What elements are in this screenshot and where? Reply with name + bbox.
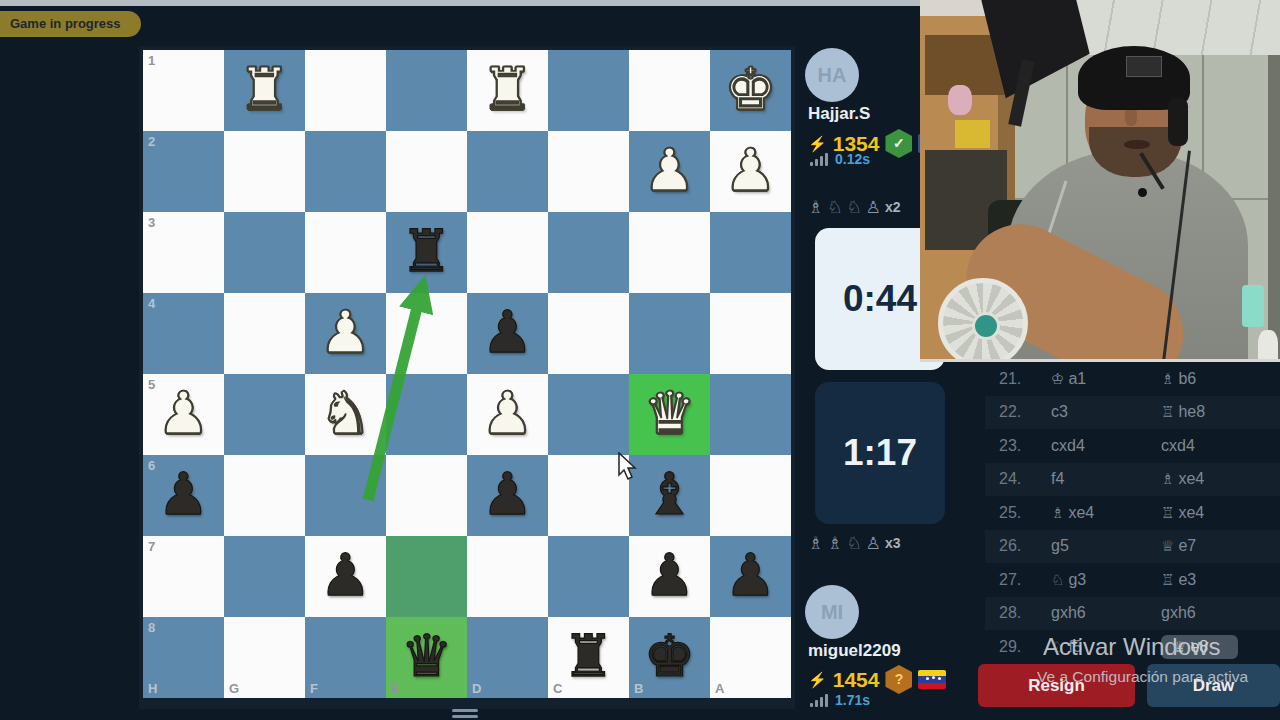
square-d1[interactable]: ♜ [467, 50, 548, 131]
square-f1[interactable] [305, 50, 386, 131]
square-a3[interactable] [710, 212, 791, 293]
square-g6[interactable] [224, 455, 305, 536]
black-move[interactable]: ♗b6 [1161, 370, 1280, 388]
white-pawn-d5: ♟ [467, 374, 548, 455]
move-text: cxd4 [1051, 437, 1085, 455]
bottom-player-clock: 1:17 [815, 382, 945, 524]
square-b4[interactable] [629, 293, 710, 374]
square-h4[interactable]: 4 [143, 293, 224, 374]
black-rook-e3: ♜ [386, 212, 467, 293]
move-text: b6 [1178, 370, 1196, 388]
move-row-28[interactable]: 28.gxh6gxh6 [985, 597, 1280, 631]
move-number: 25. [999, 504, 1051, 522]
rank-label: 2 [148, 134, 155, 149]
lightning-icon: ⚡ [808, 671, 827, 689]
file-label: A [715, 681, 724, 696]
move-number: 29. [999, 638, 1051, 656]
square-b1[interactable] [629, 50, 710, 131]
square-d8[interactable]: D [467, 617, 548, 698]
bishop-move-icon: ♗ [1161, 370, 1174, 388]
top-player-delay: 0.12s [835, 151, 870, 167]
black-rook-c8: ♜ [548, 617, 629, 698]
square-d5[interactable]: ♟ [467, 374, 548, 455]
black-move[interactable]: cxd4 [1161, 437, 1280, 455]
file-label: E [391, 681, 400, 696]
square-f5[interactable]: ♞ [305, 374, 386, 455]
white-rook-d1: ♜ [467, 50, 548, 131]
file-label: D [472, 681, 481, 696]
square-h1[interactable]: 1 [143, 50, 224, 131]
black-bishop-b6: ♝ [629, 455, 710, 536]
resign-button[interactable]: Resign [978, 664, 1135, 707]
square-e8[interactable]: E♛ [386, 617, 467, 698]
top-player-name: Hajjar.S [808, 104, 870, 124]
black-move[interactable]: gxh6 [1161, 604, 1280, 622]
square-b8[interactable]: B♚ [629, 617, 710, 698]
square-c2[interactable] [548, 131, 629, 212]
move-text: e7 [1178, 537, 1196, 555]
square-a7[interactable]: ♟ [710, 536, 791, 617]
question-badge-icon: ? [885, 665, 912, 694]
king-move-icon: ♔ [1051, 370, 1064, 388]
knight-move-icon: ♘ [1051, 638, 1064, 656]
webcam-video [920, 0, 1280, 362]
square-f3[interactable] [305, 212, 386, 293]
file-label: H [148, 681, 157, 696]
bottom-player-flag-icon [918, 670, 946, 689]
current-move-chip[interactable]: ♕e8 [1161, 635, 1238, 659]
square-d2[interactable] [467, 131, 548, 212]
white-move[interactable]: ♘g3 [1051, 571, 1161, 589]
white-move[interactable]: ♘f5 [1051, 638, 1161, 656]
knight-captured-icon: ♘ [847, 197, 862, 217]
black-queen-e8: ♛ [386, 617, 467, 698]
square-a6[interactable] [710, 455, 791, 536]
bottom-player-rating: 1454 [833, 668, 880, 692]
black-king-b8: ♚ [629, 617, 710, 698]
move-row-24[interactable]: 24.f4♗xe4 [985, 463, 1280, 497]
square-g2[interactable] [224, 131, 305, 212]
bishop-captured-icon: ♗ [808, 197, 823, 217]
move-text: cxd4 [1161, 437, 1195, 455]
signal-bars-icon [810, 153, 828, 166]
square-h7[interactable]: 7 [143, 536, 224, 617]
move-text: e8 [1190, 638, 1208, 656]
square-c5[interactable] [548, 374, 629, 455]
black-pawn-b7: ♟ [629, 536, 710, 617]
move-text: xe4 [1068, 504, 1094, 522]
white-pawn-h5: ♟ [143, 374, 224, 455]
rook-move-icon: ♖ [1161, 571, 1174, 589]
square-g8[interactable]: G [224, 617, 305, 698]
black-move[interactable]: ♖e3 [1161, 571, 1280, 589]
white-move[interactable]: g5 [1051, 537, 1161, 555]
rank-label: 1 [148, 53, 155, 68]
square-h6[interactable]: 6♟ [143, 455, 224, 536]
avatar-bottom-player: MI [805, 585, 859, 639]
square-a1[interactable]: ♚ [710, 50, 791, 131]
square-f6[interactable] [305, 455, 386, 536]
square-h3[interactable]: 3 [143, 212, 224, 293]
square-c7[interactable] [548, 536, 629, 617]
rook-move-icon: ♖ [1161, 504, 1174, 522]
black-pawn-d6: ♟ [467, 455, 548, 536]
lightning-icon: ⚡ [808, 135, 827, 153]
board-drag-handle-icon[interactable] [452, 709, 478, 718]
queen-move-icon: ♕ [1173, 638, 1186, 656]
square-g5[interactable] [224, 374, 305, 455]
move-number: 28. [999, 604, 1051, 622]
rank-label: 5 [148, 377, 155, 392]
square-d3[interactable] [467, 212, 548, 293]
captured-multiplier: x3 [885, 535, 901, 551]
white-pawn-a2: ♟ [710, 131, 791, 212]
move-text: he8 [1178, 403, 1205, 421]
square-d6[interactable]: ♟ [467, 455, 548, 536]
verified-badge-icon: ✓ [885, 129, 912, 158]
white-move[interactable]: ♔a1 [1051, 370, 1161, 388]
file-label: F [310, 681, 318, 696]
move-text: f5 [1068, 638, 1081, 656]
square-b7[interactable]: ♟ [629, 536, 710, 617]
move-number: 21. [999, 370, 1051, 388]
square-a8[interactable]: A [710, 617, 791, 698]
move-row-29[interactable]: 29.♘f5♕e8 [985, 630, 1280, 664]
move-text: a1 [1068, 370, 1086, 388]
bottom-player-delay: 1.71s [835, 692, 870, 708]
white-move[interactable]: cxd4 [1051, 437, 1161, 455]
move-text: gxh6 [1051, 604, 1086, 622]
square-f7[interactable]: ♟ [305, 536, 386, 617]
move-row-26[interactable]: 26.g5♕e7 [985, 530, 1280, 564]
move-row-25[interactable]: 25.♗xe4♖xe4 [985, 496, 1280, 530]
move-text: c3 [1051, 403, 1068, 421]
rank-label: 7 [148, 539, 155, 554]
square-d7[interactable] [467, 536, 548, 617]
square-c6[interactable] [548, 455, 629, 536]
square-g7[interactable] [224, 536, 305, 617]
rank-label: 6 [148, 458, 155, 473]
black-pawn-d4: ♟ [467, 293, 548, 374]
move-text: xe4 [1178, 470, 1204, 488]
square-g4[interactable] [224, 293, 305, 374]
square-f2[interactable] [305, 131, 386, 212]
square-g3[interactable] [224, 212, 305, 293]
rank-label: 8 [148, 620, 155, 635]
move-number: 22. [999, 403, 1051, 421]
move-text: gxh6 [1161, 604, 1196, 622]
signal-bars-icon [810, 694, 828, 707]
bottom-player-name: miguel2209 [808, 641, 901, 661]
square-c3[interactable] [548, 212, 629, 293]
square-e2[interactable] [386, 131, 467, 212]
square-e5[interactable] [386, 374, 467, 455]
square-b2[interactable]: ♟ [629, 131, 710, 212]
square-e7[interactable] [386, 536, 467, 617]
pawn-captured-icon: ♙ [866, 197, 881, 217]
knight-captured-icon: ♘ [847, 533, 862, 553]
black-move[interactable]: ♖xe4 [1161, 504, 1280, 522]
square-c8[interactable]: C♜ [548, 617, 629, 698]
square-e3[interactable]: ♜ [386, 212, 467, 293]
board-frame: 1♜♜♚2♟♟3♜4♟♟5♟♞♟♛6♟♟♝7♟♟♟8HGFE♛DC♜B♚A [139, 46, 795, 709]
window-top-strip [0, 0, 920, 6]
black-move[interactable]: ♕e7 [1161, 537, 1280, 555]
white-move[interactable]: gxh6 [1051, 604, 1161, 622]
knight-captured-icon: ♘ [827, 197, 842, 217]
square-e1[interactable] [386, 50, 467, 131]
white-knight-f5: ♞ [305, 374, 386, 455]
captured-pieces-bottom: ♗♗♘♙x3 [808, 533, 901, 553]
captured-multiplier: x2 [885, 199, 901, 215]
square-a5[interactable] [710, 374, 791, 455]
square-f4[interactable]: ♟ [305, 293, 386, 374]
white-pawn-f4: ♟ [305, 293, 386, 374]
move-text: g5 [1051, 537, 1069, 555]
move-number: 27. [999, 571, 1051, 589]
square-c1[interactable] [548, 50, 629, 131]
square-a2[interactable]: ♟ [710, 131, 791, 212]
move-row-21[interactable]: 21.♔a1♗b6 [985, 362, 1280, 396]
file-label: B [634, 681, 643, 696]
square-e4[interactable] [386, 293, 467, 374]
move-row-27[interactable]: 27.♘g3♖e3 [985, 563, 1280, 597]
fan [938, 278, 1028, 362]
square-h2[interactable]: 2 [143, 131, 224, 212]
move-row-22[interactable]: 22.c3♖he8 [985, 396, 1280, 430]
move-list: 21.♔a1♗b622.c3♖he823.cxd4cxd424.f4♗xe425… [985, 362, 1280, 664]
square-b5[interactable]: ♛ [629, 374, 710, 455]
white-queen-b5: ♛ [629, 374, 710, 455]
rook-move-icon: ♖ [1161, 403, 1174, 421]
bishop-move-icon: ♗ [1161, 470, 1174, 488]
bishop-captured-icon: ♗ [827, 533, 842, 553]
square-a4[interactable] [710, 293, 791, 374]
headset-icon [1168, 98, 1188, 146]
bishop-move-icon: ♗ [1051, 504, 1064, 522]
square-h5[interactable]: 5♟ [143, 374, 224, 455]
move-number: 24. [999, 470, 1051, 488]
file-label: C [553, 681, 562, 696]
knight-move-icon: ♘ [1051, 571, 1064, 589]
move-text: f4 [1051, 470, 1064, 488]
move-row-23[interactable]: 23.cxd4cxd4 [985, 429, 1280, 463]
rank-label: 4 [148, 296, 155, 311]
square-b6[interactable]: ♝ [629, 455, 710, 536]
square-f8[interactable]: F [305, 617, 386, 698]
move-text: g3 [1068, 571, 1086, 589]
move-text: e3 [1178, 571, 1196, 589]
black-pawn-f7: ♟ [305, 536, 386, 617]
square-h8[interactable]: 8H [143, 617, 224, 698]
black-pawn-h6: ♟ [143, 455, 224, 536]
square-b3[interactable] [629, 212, 710, 293]
avatar-top-player: HA [805, 48, 859, 102]
move-number: 23. [999, 437, 1051, 455]
captured-pieces-top: ♗♘♘♙x2 [808, 197, 901, 217]
file-label: G [229, 681, 239, 696]
white-king-a1: ♚ [710, 50, 791, 131]
chess-board: 1♜♜♚2♟♟3♜4♟♟5♟♞♟♛6♟♟♝7♟♟♟8HGFE♛DC♜B♚A [143, 50, 791, 698]
white-move[interactable]: f4 [1051, 470, 1161, 488]
move-number: 26. [999, 537, 1051, 555]
square-c4[interactable] [548, 293, 629, 374]
game-status-badge: Game in progress [0, 11, 141, 37]
white-rook-g1: ♜ [224, 50, 305, 131]
black-move[interactable]: ♖he8 [1161, 403, 1280, 421]
rank-label: 3 [148, 215, 155, 230]
black-pawn-a7: ♟ [710, 536, 791, 617]
move-text: xe4 [1178, 504, 1204, 522]
queen-move-icon: ♕ [1161, 537, 1174, 555]
white-move[interactable]: c3 [1051, 403, 1161, 421]
square-g1[interactable]: ♜ [224, 50, 305, 131]
black-move[interactable]: ♕e8 [1161, 635, 1280, 659]
pawn-captured-icon: ♙ [866, 533, 881, 553]
square-e6[interactable] [386, 455, 467, 536]
white-pawn-b2: ♟ [629, 131, 710, 212]
square-d4[interactable]: ♟ [467, 293, 548, 374]
bishop-captured-icon: ♗ [808, 533, 823, 553]
draw-button[interactable]: Draw [1147, 664, 1280, 707]
black-move[interactable]: ♗xe4 [1161, 470, 1280, 488]
white-move[interactable]: ♗xe4 [1051, 504, 1161, 522]
